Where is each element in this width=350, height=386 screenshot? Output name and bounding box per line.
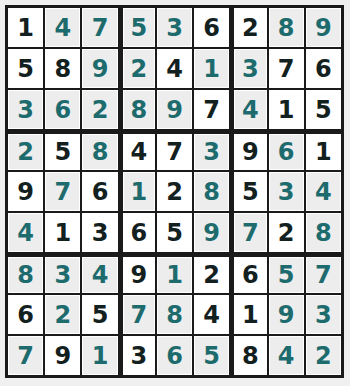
cell-r2c4[interactable]: 2 bbox=[120, 49, 155, 88]
cell-r8c4[interactable]: 7 bbox=[120, 295, 155, 334]
cell-r2c6[interactable]: 1 bbox=[194, 49, 229, 88]
cell-r5c1[interactable]: 9 bbox=[8, 172, 43, 211]
cell-r7c4[interactable]: 9 bbox=[120, 254, 155, 293]
cell-r9c4[interactable]: 3 bbox=[120, 336, 155, 375]
cell-r3c4[interactable]: 8 bbox=[120, 90, 155, 129]
cell-r8c3[interactable]: 5 bbox=[82, 295, 117, 334]
cell-r8c7[interactable]: 1 bbox=[231, 295, 266, 334]
cell-r3c5[interactable]: 9 bbox=[157, 90, 192, 129]
cell-r9c9[interactable]: 2 bbox=[306, 336, 341, 375]
cell-r4c2[interactable]: 5 bbox=[45, 131, 80, 170]
cell-r5c3[interactable]: 6 bbox=[82, 172, 117, 211]
cell-r8c8[interactable]: 9 bbox=[269, 295, 304, 334]
cell-r3c7[interactable]: 4 bbox=[231, 90, 266, 129]
cell-r7c8[interactable]: 5 bbox=[269, 254, 304, 293]
cell-r2c3[interactable]: 9 bbox=[82, 49, 117, 88]
cell-r7c5[interactable]: 1 bbox=[157, 254, 192, 293]
cell-r4c9[interactable]: 1 bbox=[306, 131, 341, 170]
cell-r1c8[interactable]: 8 bbox=[269, 8, 304, 47]
cell-r1c5[interactable]: 3 bbox=[157, 8, 192, 47]
cell-r1c7[interactable]: 2 bbox=[231, 8, 266, 47]
cell-r6c5[interactable]: 5 bbox=[157, 213, 192, 252]
cell-r1c4[interactable]: 5 bbox=[120, 8, 155, 47]
cell-r8c2[interactable]: 2 bbox=[45, 295, 80, 334]
cell-r9c7[interactable]: 8 bbox=[231, 336, 266, 375]
cell-r3c3[interactable]: 2 bbox=[82, 90, 117, 129]
cell-r8c1[interactable]: 6 bbox=[8, 295, 43, 334]
cell-r7c2[interactable]: 3 bbox=[45, 254, 80, 293]
cell-r5c8[interactable]: 3 bbox=[269, 172, 304, 211]
cell-r6c7[interactable]: 7 bbox=[231, 213, 266, 252]
cell-r6c1[interactable]: 4 bbox=[8, 213, 43, 252]
cell-r3c9[interactable]: 5 bbox=[306, 90, 341, 129]
cell-r3c2[interactable]: 6 bbox=[45, 90, 80, 129]
cell-r5c5[interactable]: 2 bbox=[157, 172, 192, 211]
cell-r2c8[interactable]: 7 bbox=[269, 49, 304, 88]
cell-r7c3[interactable]: 4 bbox=[82, 254, 117, 293]
cell-r9c3[interactable]: 1 bbox=[82, 336, 117, 375]
cell-r7c6[interactable]: 2 bbox=[194, 254, 229, 293]
cell-r6c2[interactable]: 1 bbox=[45, 213, 80, 252]
cell-r8c9[interactable]: 3 bbox=[306, 295, 341, 334]
cell-r4c5[interactable]: 7 bbox=[157, 131, 192, 170]
cell-r9c2[interactable]: 9 bbox=[45, 336, 80, 375]
cell-r4c4[interactable]: 4 bbox=[120, 131, 155, 170]
cell-r9c6[interactable]: 5 bbox=[194, 336, 229, 375]
cell-r7c1[interactable]: 8 bbox=[8, 254, 43, 293]
cell-r9c5[interactable]: 6 bbox=[157, 336, 192, 375]
cell-r1c6[interactable]: 6 bbox=[194, 8, 229, 47]
cell-r2c7[interactable]: 3 bbox=[231, 49, 266, 88]
cell-r6c9[interactable]: 8 bbox=[306, 213, 341, 252]
cell-r1c3[interactable]: 7 bbox=[82, 8, 117, 47]
cell-r2c2[interactable]: 8 bbox=[45, 49, 80, 88]
cell-r4c7[interactable]: 9 bbox=[231, 131, 266, 170]
cell-r3c1[interactable]: 3 bbox=[8, 90, 43, 129]
cell-r4c1[interactable]: 2 bbox=[8, 131, 43, 170]
cell-r5c4[interactable]: 1 bbox=[120, 172, 155, 211]
cell-r2c1[interactable]: 5 bbox=[8, 49, 43, 88]
sudoku-board: 1475362895892413763628974152584739619761… bbox=[5, 5, 344, 378]
cell-r9c1[interactable]: 7 bbox=[8, 336, 43, 375]
cell-r1c1[interactable]: 1 bbox=[8, 8, 43, 47]
cell-r4c8[interactable]: 6 bbox=[269, 131, 304, 170]
cell-r4c3[interactable]: 8 bbox=[82, 131, 117, 170]
cell-r6c3[interactable]: 3 bbox=[82, 213, 117, 252]
cell-r2c5[interactable]: 4 bbox=[157, 49, 192, 88]
cell-r1c2[interactable]: 4 bbox=[45, 8, 80, 47]
cell-r6c6[interactable]: 9 bbox=[194, 213, 229, 252]
cell-r3c6[interactable]: 7 bbox=[194, 90, 229, 129]
cell-r6c8[interactable]: 2 bbox=[269, 213, 304, 252]
cell-r5c2[interactable]: 7 bbox=[45, 172, 80, 211]
cell-r9c8[interactable]: 4 bbox=[269, 336, 304, 375]
cell-r5c6[interactable]: 8 bbox=[194, 172, 229, 211]
cell-r3c8[interactable]: 1 bbox=[269, 90, 304, 129]
cell-r8c6[interactable]: 4 bbox=[194, 295, 229, 334]
cell-r5c7[interactable]: 5 bbox=[231, 172, 266, 211]
cell-r6c4[interactable]: 6 bbox=[120, 213, 155, 252]
cell-r4c6[interactable]: 3 bbox=[194, 131, 229, 170]
cell-r1c9[interactable]: 9 bbox=[306, 8, 341, 47]
cell-r8c5[interactable]: 8 bbox=[157, 295, 192, 334]
cell-r7c9[interactable]: 7 bbox=[306, 254, 341, 293]
cell-r2c9[interactable]: 6 bbox=[306, 49, 341, 88]
cell-r5c9[interactable]: 4 bbox=[306, 172, 341, 211]
cell-r7c7[interactable]: 6 bbox=[231, 254, 266, 293]
